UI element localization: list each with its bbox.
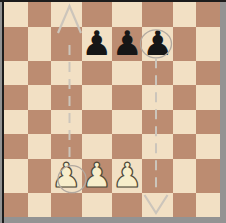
square-f4[interactable] [142,110,172,135]
square-a5[interactable] [4,85,28,110]
square-g6[interactable] [173,61,197,86]
square-g7[interactable] [173,27,197,61]
square-e7[interactable]: ♟ [112,27,142,61]
square-h7[interactable] [196,27,220,61]
square-a3[interactable] [4,134,28,159]
square-h3[interactable] [196,134,220,159]
square-g2[interactable] [173,159,197,193]
square-e5[interactable] [112,85,142,110]
square-g5[interactable] [173,85,197,110]
board-frame: ♟♟♟♟♟♟ [0,0,226,223]
black-pawn-f7[interactable]: ♟ [142,26,172,60]
square-g1[interactable] [173,193,197,218]
square-h4[interactable] [196,110,220,135]
square-f5[interactable] [142,85,172,110]
square-b7[interactable] [28,27,52,61]
square-c7[interactable] [51,27,81,61]
square-h8[interactable] [196,2,220,27]
square-f6[interactable] [142,61,172,86]
square-f1[interactable] [142,193,172,218]
square-a4[interactable] [4,110,28,135]
square-d1[interactable] [82,193,112,218]
square-g8[interactable] [173,2,197,27]
chess-board[interactable]: ♟♟♟♟♟♟ [4,2,220,217]
square-a7[interactable] [4,27,28,61]
square-h1[interactable] [196,193,220,218]
black-pawn-e7[interactable]: ♟ [112,26,142,60]
square-e2[interactable]: ♟ [112,159,142,193]
square-b2[interactable] [28,159,52,193]
square-a6[interactable] [4,61,28,86]
square-d6[interactable] [82,61,112,86]
black-pawn-d7[interactable]: ♟ [82,26,112,60]
square-c1[interactable] [51,193,81,218]
square-c4[interactable] [51,110,81,135]
square-d2[interactable]: ♟ [82,159,112,193]
square-h2[interactable] [196,159,220,193]
square-b8[interactable] [28,2,52,27]
square-e4[interactable] [112,110,142,135]
square-b3[interactable] [28,134,52,159]
square-c6[interactable] [51,61,81,86]
square-d7[interactable]: ♟ [82,27,112,61]
square-f2[interactable] [142,159,172,193]
square-d4[interactable] [82,110,112,135]
white-pawn-c2[interactable]: ♟ [51,158,81,192]
square-f3[interactable] [142,134,172,159]
square-a8[interactable] [4,2,28,27]
square-c5[interactable] [51,85,81,110]
square-b4[interactable] [28,110,52,135]
square-b1[interactable] [28,193,52,218]
square-e1[interactable] [112,193,142,218]
square-c2[interactable]: ♟ [51,159,81,193]
square-f7[interactable]: ♟ [142,27,172,61]
white-pawn-d2[interactable]: ♟ [82,158,112,192]
square-b5[interactable] [28,85,52,110]
white-pawn-e2[interactable]: ♟ [112,158,142,192]
square-b6[interactable] [28,61,52,86]
square-a2[interactable] [4,159,28,193]
square-c8[interactable] [51,2,81,27]
square-d5[interactable] [82,85,112,110]
square-a1[interactable] [4,193,28,218]
square-h6[interactable] [196,61,220,86]
square-g3[interactable] [173,134,197,159]
square-g4[interactable] [173,110,197,135]
square-h5[interactable] [196,85,220,110]
square-e6[interactable] [112,61,142,86]
